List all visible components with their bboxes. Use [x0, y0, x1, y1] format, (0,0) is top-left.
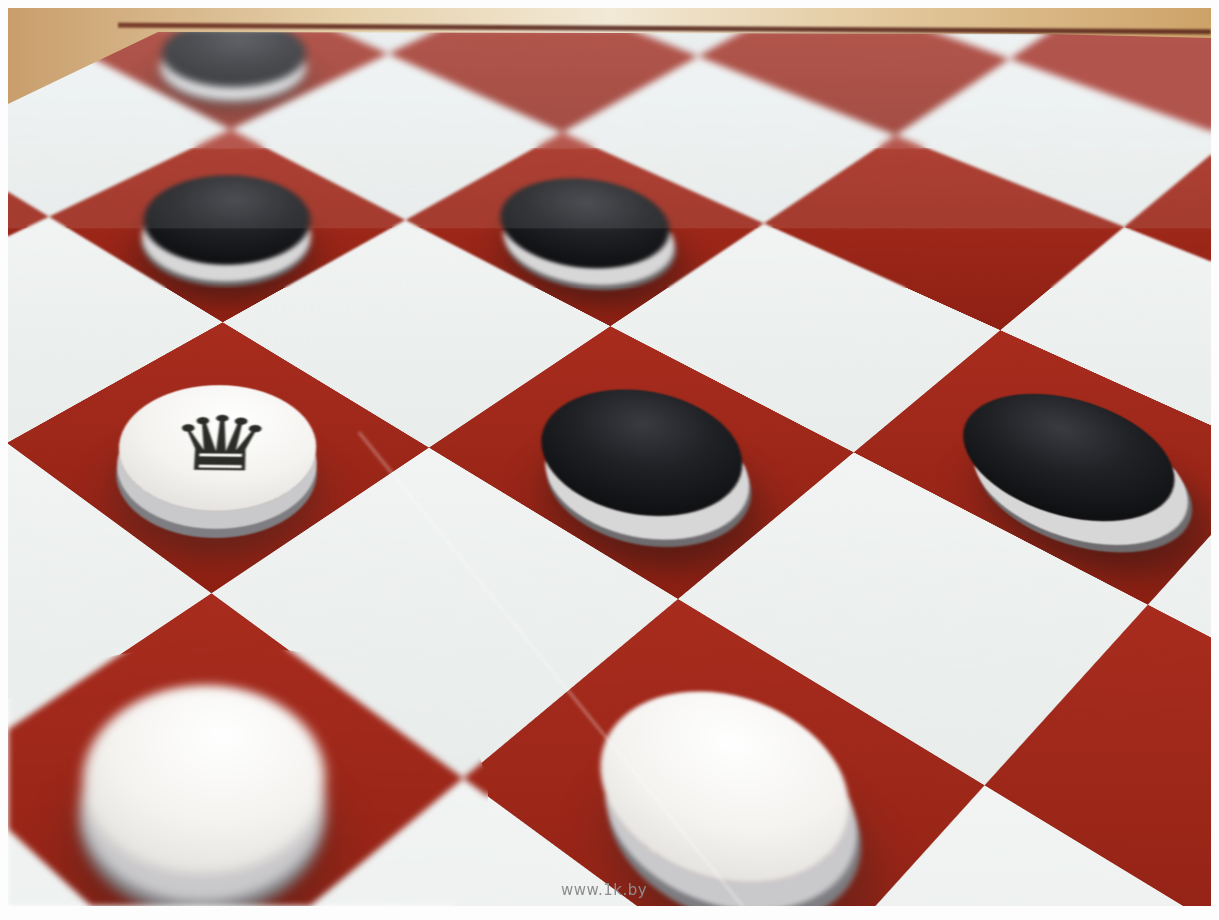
board-area: ♛ — [8, 28, 1211, 906]
checkers-board: ♛ — [8, 28, 1211, 906]
white-man-piece[interactable] — [33, 651, 375, 906]
watermark: www.1k.by — [561, 881, 647, 899]
board-plane: ♛ — [8, 28, 1211, 906]
black-man-piece[interactable] — [132, 28, 336, 102]
photo-frame: ♛ www.1k.by — [8, 8, 1211, 906]
black-man-piece[interactable] — [109, 158, 344, 285]
crown-icon: ♛ — [165, 406, 275, 483]
white-king-piece[interactable]: ♛ — [78, 362, 357, 540]
